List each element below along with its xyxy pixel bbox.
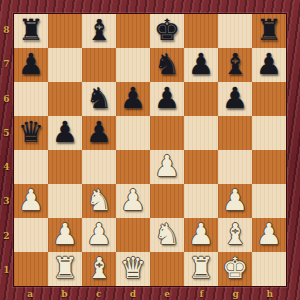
piece-white-bishop[interactable]: ♝: [86, 252, 112, 285]
piece-black-bishop[interactable]: ♝: [222, 48, 248, 81]
square-f1[interactable]: ♜: [184, 252, 218, 286]
piece-white-knight[interactable]: ♞: [86, 184, 112, 217]
chess-board-widget: 87654321 abcdefgh ♜♝♚♜♟♞♟♝♟♞♟♟♟♛♟♟♟♟♞♟♟♟…: [0, 0, 300, 300]
square-b4[interactable]: [48, 150, 82, 184]
square-c1[interactable]: ♝: [82, 252, 116, 286]
square-d8[interactable]: [116, 14, 150, 48]
piece-black-rook[interactable]: ♜: [256, 14, 282, 47]
file-labels: abcdefgh: [13, 287, 287, 300]
piece-white-queen[interactable]: ♛: [120, 252, 146, 285]
piece-white-pawn[interactable]: ♟: [120, 184, 146, 217]
square-g1[interactable]: ♚: [218, 252, 252, 286]
rank-label-5: 5: [3, 128, 9, 138]
rank-label-6: 6: [3, 94, 9, 104]
piece-black-pawn[interactable]: ♟: [120, 82, 146, 115]
piece-white-pawn[interactable]: ♟: [188, 218, 214, 251]
square-f3[interactable]: [184, 184, 218, 218]
file-label-a: a: [27, 289, 33, 299]
square-e2[interactable]: ♞: [150, 218, 184, 252]
piece-black-rook[interactable]: ♜: [18, 14, 44, 47]
rank-label-4: 4: [3, 162, 9, 172]
piece-white-pawn[interactable]: ♟: [256, 218, 282, 251]
piece-white-pawn[interactable]: ♟: [18, 184, 44, 217]
file-label-g: g: [232, 289, 238, 299]
square-a8[interactable]: ♜: [14, 14, 48, 48]
rank-label-2: 2: [3, 231, 9, 241]
rank-label-3: 3: [3, 196, 9, 206]
square-a2[interactable]: [14, 218, 48, 252]
square-a5[interactable]: ♛: [14, 116, 48, 150]
square-f8[interactable]: [184, 14, 218, 48]
piece-white-pawn[interactable]: ♟: [154, 150, 180, 183]
square-b1[interactable]: ♜: [48, 252, 82, 286]
square-e8[interactable]: ♚: [150, 14, 184, 48]
square-d7[interactable]: [116, 48, 150, 82]
piece-white-pawn[interactable]: ♟: [52, 218, 78, 251]
square-c3[interactable]: ♞: [82, 184, 116, 218]
square-g6[interactable]: ♟: [218, 82, 252, 116]
square-b3[interactable]: [48, 184, 82, 218]
piece-black-pawn[interactable]: ♟: [256, 48, 282, 81]
square-d3[interactable]: ♟: [116, 184, 150, 218]
file-label-f: f: [199, 289, 203, 299]
square-b7[interactable]: [48, 48, 82, 82]
piece-black-knight[interactable]: ♞: [86, 82, 112, 115]
piece-white-king[interactable]: ♚: [222, 252, 248, 285]
piece-black-bishop[interactable]: ♝: [86, 14, 112, 47]
square-a6[interactable]: [14, 82, 48, 116]
square-f7[interactable]: ♟: [184, 48, 218, 82]
piece-black-pawn[interactable]: ♟: [18, 48, 44, 81]
piece-white-rook[interactable]: ♜: [188, 252, 214, 285]
piece-white-pawn[interactable]: ♟: [222, 184, 248, 217]
square-h4[interactable]: [252, 150, 286, 184]
square-e6[interactable]: ♟: [150, 82, 184, 116]
piece-black-pawn[interactable]: ♟: [52, 116, 78, 149]
rank-label-1: 1: [3, 265, 9, 275]
square-f4[interactable]: [184, 150, 218, 184]
square-h8[interactable]: ♜: [252, 14, 286, 48]
square-d4[interactable]: [116, 150, 150, 184]
piece-black-pawn[interactable]: ♟: [154, 82, 180, 115]
square-f6[interactable]: [184, 82, 218, 116]
square-h6[interactable]: [252, 82, 286, 116]
square-e1[interactable]: [150, 252, 184, 286]
square-c4[interactable]: [82, 150, 116, 184]
square-c5[interactable]: ♟: [82, 116, 116, 150]
square-h7[interactable]: ♟: [252, 48, 286, 82]
piece-white-rook[interactable]: ♜: [52, 252, 78, 285]
rank-label-8: 8: [3, 25, 9, 35]
square-d5[interactable]: [116, 116, 150, 150]
square-h1[interactable]: [252, 252, 286, 286]
square-c6[interactable]: ♞: [82, 82, 116, 116]
piece-black-pawn[interactable]: ♟: [222, 82, 248, 115]
square-a7[interactable]: ♟: [14, 48, 48, 82]
square-e7[interactable]: ♞: [150, 48, 184, 82]
square-h3[interactable]: [252, 184, 286, 218]
square-a3[interactable]: ♟: [14, 184, 48, 218]
rank-labels: 87654321: [0, 13, 13, 287]
square-e4[interactable]: ♟: [150, 150, 184, 184]
square-b6[interactable]: [48, 82, 82, 116]
file-label-b: b: [61, 289, 67, 299]
square-d6[interactable]: ♟: [116, 82, 150, 116]
square-h2[interactable]: ♟: [252, 218, 286, 252]
piece-black-queen[interactable]: ♛: [18, 116, 44, 149]
square-e5[interactable]: [150, 116, 184, 150]
square-a1[interactable]: [14, 252, 48, 286]
file-label-h: h: [267, 289, 274, 299]
chess-board: ♜♝♚♜♟♞♟♝♟♞♟♟♟♛♟♟♟♟♞♟♟♟♟♞♟♝♟♜♝♛♜♚: [13, 13, 287, 287]
square-a4[interactable]: [14, 150, 48, 184]
file-label-e: e: [164, 289, 170, 299]
square-g5[interactable]: [218, 116, 252, 150]
square-c7[interactable]: [82, 48, 116, 82]
square-g7[interactable]: ♝: [218, 48, 252, 82]
square-c2[interactable]: ♟: [82, 218, 116, 252]
file-label-d: d: [130, 289, 136, 299]
square-d1[interactable]: ♛: [116, 252, 150, 286]
file-label-c: c: [96, 289, 101, 299]
piece-white-bishop[interactable]: ♝: [222, 218, 248, 251]
square-d2[interactable]: [116, 218, 150, 252]
square-e3[interactable]: [150, 184, 184, 218]
piece-black-knight[interactable]: ♞: [154, 48, 180, 81]
square-g4[interactable]: [218, 150, 252, 184]
rank-label-7: 7: [3, 59, 9, 69]
square-g8[interactable]: [218, 14, 252, 48]
square-h5[interactable]: [252, 116, 286, 150]
square-b2[interactable]: ♟: [48, 218, 82, 252]
piece-white-pawn[interactable]: ♟: [86, 218, 112, 251]
square-f2[interactable]: ♟: [184, 218, 218, 252]
square-g3[interactable]: ♟: [218, 184, 252, 218]
piece-black-king[interactable]: ♚: [154, 14, 180, 47]
square-b5[interactable]: ♟: [48, 116, 82, 150]
square-f5[interactable]: [184, 116, 218, 150]
square-c8[interactable]: ♝: [82, 14, 116, 48]
square-g2[interactable]: ♝: [218, 218, 252, 252]
square-b8[interactable]: [48, 14, 82, 48]
piece-black-pawn[interactable]: ♟: [188, 48, 214, 81]
piece-black-pawn[interactable]: ♟: [86, 116, 112, 149]
piece-white-knight[interactable]: ♞: [154, 218, 180, 251]
